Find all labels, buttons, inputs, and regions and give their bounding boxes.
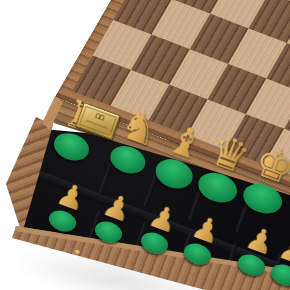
brass-pin-icon [75, 250, 80, 254]
chess-case-photo: ♜♞♝♛♚♟♟♟♟♟♟ ΩΩ MANOPOULOS [0, 0, 290, 290]
